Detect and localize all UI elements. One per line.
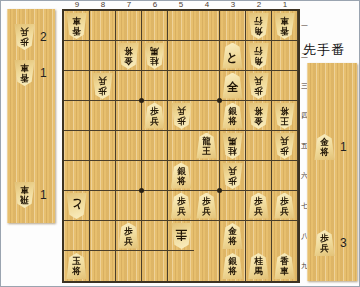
board-cell[interactable]: 銀将 [220,251,246,281]
piece-kanji: 歩 [320,233,329,243]
file-label: 8 [90,0,116,9]
board-cell[interactable] [272,221,298,251]
piece-kanji: 銀 [177,166,186,176]
board-cell[interactable] [168,251,194,281]
board-cell[interactable] [64,101,90,131]
piece-kanji: 兵 [202,206,211,216]
board-cell[interactable] [220,11,246,41]
sente-hand-tray: 金将1歩兵3 [307,63,357,281]
board-cell[interactable] [116,161,142,191]
shogi-piece-sente[interactable]: 歩兵 [118,223,139,249]
shogi-piece-sente[interactable]: 金将 [222,223,243,249]
hand-count: 1 [340,140,347,154]
board-cell[interactable]: 桂馬 [142,41,168,71]
piece-kanji: 龍 [202,136,211,146]
shogi-piece-gote[interactable]: 角行 [248,13,269,39]
board-cell[interactable] [116,71,142,101]
board-cell[interactable] [90,41,116,71]
piece-kanji: 将 [228,116,237,126]
gote-hand-tray: 歩兵2香車1飛車1 [7,9,55,223]
piece-kanji: 歩 [124,226,133,236]
piece-kanji: 歩 [20,37,29,47]
shogi-piece-sente[interactable]: 歩兵 [274,193,295,219]
board-cell[interactable] [142,71,168,101]
board-cell[interactable]: 歩兵 [246,71,272,101]
board-cell[interactable]: 歩兵 [272,191,298,221]
board-cell[interactable] [272,71,298,101]
piece-kanji: 兵 [280,136,289,146]
hand-entry[interactable]: 歩兵3 [307,227,357,259]
shogi-piece-gote[interactable]: 歩兵 [14,24,35,50]
shogi-piece-gote[interactable]: 香車 [274,13,295,39]
board-cell[interactable]: 歩兵 [220,161,246,191]
board-cell[interactable]: 香車 [64,11,90,41]
hand-count: 3 [340,236,347,250]
piece-kanji: 歩 [254,86,263,96]
piece-kanji: と [227,48,239,64]
piece-kanji: 歩 [280,146,289,156]
board-cell[interactable]: と [64,191,90,221]
piece-kanji: 将 [254,106,263,116]
piece-kanji: 馬 [228,136,237,146]
board-cell[interactable] [272,161,298,191]
piece-kanji: 桂 [150,56,159,66]
board-cell[interactable]: と [220,41,246,71]
shogi-piece-sente[interactable]: 玉将 [66,253,87,279]
piece-kanji: 金 [254,116,263,126]
board-cell[interactable] [142,161,168,191]
hand-count: 1 [40,188,47,202]
hand-entry[interactable]: 金将1 [307,131,357,163]
shogi-piece-sente[interactable]: 桂馬 [248,253,269,279]
shogi-piece-sente[interactable]: 歩兵 [314,230,335,256]
piece-kanji: 兵 [280,206,289,216]
hand-entry[interactable]: 歩兵2 [7,21,55,53]
file-label: 2 [246,0,272,9]
piece-kanji: 将 [320,147,329,157]
board-cell[interactable] [64,161,90,191]
piece-kanji: 将 [124,46,133,56]
piece-kanji: 玉 [72,256,81,266]
shogi-piece-gote[interactable]: 香車 [14,60,35,86]
piece-kanji: 歩 [254,196,263,206]
board-cell[interactable] [194,11,220,41]
piece-kanji: 行 [254,16,263,26]
shogi-piece-gote[interactable]: 歩兵 [171,103,192,129]
shogi-piece-sente[interactable]: 歩兵 [196,193,217,219]
board-cell[interactable]: 歩兵 [90,71,116,101]
piece-kanji: 銀 [228,256,237,266]
shogi-board: 香車角行香車金将桂馬と角行歩兵全歩兵歩兵歩兵銀将金将王将龍王桂馬歩兵銀将歩兵と歩… [62,9,300,283]
piece-kanji: 将 [280,106,289,116]
piece-kanji: 兵 [177,106,186,116]
board-cell[interactable]: 歩兵 [194,191,220,221]
board-cell[interactable]: 金将 [220,221,246,251]
board-cell[interactable] [64,221,90,251]
shogi-piece-sente[interactable]: 金将 [314,134,335,160]
board-cell[interactable]: 香車 [272,11,298,41]
file-label: 4 [194,0,220,9]
file-labels: 987654321 [62,0,302,9]
board-cell[interactable] [90,101,116,131]
piece-kanji: 将 [177,176,186,186]
shogi-piece-sente[interactable]: 銀将 [171,163,192,189]
file-label: 3 [220,0,246,9]
piece-kanji: 兵 [254,76,263,86]
piece-kanji: 兵 [20,27,29,37]
piece-kanji: 桂 [254,256,263,266]
board-cell[interactable] [116,251,142,281]
board-cell[interactable] [90,161,116,191]
board-cell[interactable]: 歩兵 [168,191,194,221]
shogi-piece-gote[interactable]: 歩兵 [222,163,243,189]
board-cell[interactable]: 龍王 [194,131,220,161]
board-cell[interactable] [194,161,220,191]
shogi-piece-sente[interactable]: 全 [222,73,243,99]
piece-kanji: 圭 [175,228,186,244]
shogi-piece-gote[interactable]: 歩兵 [274,133,295,159]
shogi-piece-gote[interactable]: 桂馬 [222,133,243,159]
board-cell[interactable] [90,131,116,161]
board-cell[interactable]: 桂馬 [220,131,246,161]
board-cell[interactable] [168,71,194,101]
shogi-piece-sente[interactable]: 歩兵 [171,193,192,219]
board-cell[interactable] [168,41,194,71]
piece-kanji: 角 [254,56,263,66]
board-cell[interactable]: 歩兵 [246,191,272,221]
shogi-piece-sente[interactable]: 龍王 [196,133,217,159]
shogi-piece-gote[interactable]: 香車 [66,13,87,39]
board-cell[interactable]: 香車 [272,251,298,281]
piece-kanji: 車 [280,266,289,276]
board-cell[interactable] [168,11,194,41]
piece-kanji: 香 [72,26,81,36]
shogi-piece-gote[interactable]: と [66,193,87,219]
board-cell[interactable] [64,41,90,71]
board-cell[interactable] [220,191,246,221]
piece-kanji: 車 [280,16,289,26]
piece-kanji: 銀 [228,106,237,116]
piece-kanji: 王 [202,146,211,156]
board-cell[interactable]: 銀将 [168,161,194,191]
file-label: 6 [142,0,168,9]
piece-kanji: 角 [254,26,263,36]
board-cell[interactable]: 歩兵 [116,221,142,251]
hand-entry[interactable]: 飛車1 [7,179,55,211]
board-cell[interactable] [142,11,168,41]
shogi-piece-gote[interactable]: 金将 [248,103,269,129]
piece-kanji: 桂 [228,146,237,156]
shogi-piece-gote[interactable]: 歩兵 [248,73,269,99]
star-point [217,188,222,193]
piece-kanji: 車 [20,63,29,73]
board-cell[interactable]: 角行 [246,11,272,41]
board-cell[interactable]: 歩兵 [168,101,194,131]
board-cell[interactable] [116,11,142,41]
piece-kanji: 兵 [124,236,133,246]
shogi-piece-sente[interactable]: 歩兵 [144,103,165,129]
piece-kanji: 兵 [98,76,107,86]
piece-kanji: 馬 [254,266,263,276]
board-cell[interactable] [142,131,168,161]
shogi-piece-sente[interactable]: と [222,43,243,69]
board-cell[interactable] [90,221,116,251]
piece-kanji: 歩 [177,116,186,126]
piece-kanji: 歩 [150,106,159,116]
piece-kanji: 行 [254,46,263,56]
piece-kanji: 車 [72,16,81,26]
board-cell[interactable] [272,41,298,71]
shogi-piece-sente[interactable]: 銀将 [222,103,243,129]
hand-count: 1 [40,66,47,80]
board-cell[interactable] [142,251,168,281]
board-cell[interactable]: 全 [220,71,246,101]
board-cell[interactable] [116,131,142,161]
piece-kanji: 歩 [202,196,211,206]
shogi-piece-gote[interactable]: 圭 [171,223,192,249]
board-cell[interactable]: 金将 [246,101,272,131]
piece-kanji: 王 [280,116,289,126]
piece-kanji: 馬 [150,46,159,56]
piece-kanji: 兵 [150,116,159,126]
shogi-piece-gote[interactable]: 桂馬 [144,43,165,69]
piece-kanji: 兵 [320,243,329,253]
board-cell[interactable]: 歩兵 [142,101,168,131]
piece-kanji: 香 [20,73,29,83]
board-cell[interactable] [142,221,168,251]
star-point [139,98,144,103]
piece-kanji: 全 [227,78,238,94]
star-point [139,188,144,193]
piece-kanji: 兵 [254,206,263,216]
board-cell[interactable] [246,161,272,191]
star-point [217,98,222,103]
turn-indicator: 先手番 [303,41,360,59]
piece-kanji: 歩 [228,176,237,186]
piece-kanji: 将 [72,266,81,276]
board-cell[interactable] [116,191,142,221]
piece-kanji: 金 [124,56,133,66]
piece-kanji: 将 [228,266,237,276]
shogi-piece-gote[interactable]: 歩兵 [92,73,113,99]
piece-kanji: 歩 [280,196,289,206]
board-cell[interactable]: 桂馬 [246,251,272,281]
piece-kanji: 将 [228,236,237,246]
board-cell[interactable] [116,101,142,131]
board-cell[interactable]: 銀将 [220,101,246,131]
shogi-piece-sente[interactable]: 歩兵 [248,193,269,219]
board-cell[interactable]: 歩兵 [272,131,298,161]
board-cell[interactable] [246,221,272,251]
board-cell[interactable] [194,71,220,101]
piece-kanji: と [71,198,83,214]
board-cell[interactable] [90,11,116,41]
file-label: 7 [116,0,142,9]
shogi-piece-gote[interactable]: 角行 [248,43,269,69]
board-cell[interactable] [90,251,116,281]
piece-kanji: 金 [320,137,329,147]
board-cell[interactable]: 玉将 [64,251,90,281]
piece-kanji: 香 [280,256,289,266]
file-label: 5 [168,0,194,9]
piece-kanji: 飛 [20,195,29,205]
board-cell[interactable]: 圭 [168,221,194,251]
board-cell[interactable] [64,71,90,101]
shogi-piece-sente[interactable]: 銀将 [222,253,243,279]
piece-kanji: 兵 [177,206,186,216]
board-cell[interactable]: 金将 [116,41,142,71]
board-cell[interactable]: 角行 [246,41,272,71]
piece-kanji: 歩 [177,196,186,206]
hand-count: 2 [40,30,47,44]
board-cell[interactable] [64,131,90,161]
shogi-piece-gote[interactable]: 金将 [118,43,139,69]
shogi-piece-gote[interactable]: 飛車 [14,182,35,208]
board-cell[interactable] [142,191,168,221]
piece-kanji: 歩 [98,86,107,96]
board-cell[interactable] [246,131,272,161]
piece-kanji: 車 [20,185,29,195]
board-cell[interactable] [194,41,220,71]
board-cell[interactable] [168,131,194,161]
hand-entry[interactable]: 香車1 [7,57,55,89]
board-cell[interactable] [90,191,116,221]
board-cell[interactable] [194,221,220,251]
shogi-piece-gote[interactable]: 王将 [274,103,295,129]
shogi-app: 歩兵2香車1飛車1 987654321 香車角行香車金将桂馬と角行歩兵全歩兵歩兵… [0,0,360,287]
piece-kanji: 香 [280,26,289,36]
board-cell[interactable] [194,251,220,281]
board-cell[interactable] [194,101,220,131]
shogi-piece-sente[interactable]: 香車 [274,253,295,279]
board-cell[interactable]: 王将 [272,101,298,131]
piece-kanji: 兵 [228,166,237,176]
file-label: 1 [272,0,298,9]
piece-kanji: 金 [228,226,237,236]
file-label: 9 [64,0,90,9]
rank-label: 一 [301,11,308,41]
